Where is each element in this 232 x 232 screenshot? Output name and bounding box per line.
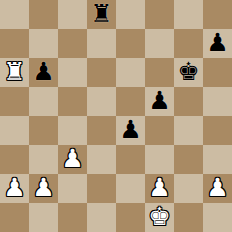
square-a5[interactable] — [0, 87, 29, 116]
chess-board: ♜♟♜♟♚♟♟♟♟♟♟♟♚ — [0, 0, 232, 232]
square-c6[interactable] — [58, 58, 87, 87]
square-e7[interactable] — [116, 29, 145, 58]
square-e1[interactable] — [116, 203, 145, 232]
piece-black-pawn: ♟ — [32, 58, 54, 86]
square-f6[interactable] — [145, 58, 174, 87]
square-d3[interactable] — [87, 145, 116, 174]
square-b6[interactable]: ♟ — [29, 58, 58, 87]
square-f7[interactable] — [145, 29, 174, 58]
square-g6[interactable]: ♚ — [174, 58, 203, 87]
square-g5[interactable] — [174, 87, 203, 116]
square-c4[interactable] — [58, 116, 87, 145]
square-h7[interactable]: ♟ — [203, 29, 232, 58]
square-e2[interactable] — [116, 174, 145, 203]
square-f8[interactable] — [145, 0, 174, 29]
square-c2[interactable] — [58, 174, 87, 203]
piece-black-pawn: ♟ — [206, 29, 228, 57]
square-h4[interactable] — [203, 116, 232, 145]
square-b7[interactable] — [29, 29, 58, 58]
piece-white-pawn: ♟ — [61, 145, 83, 173]
piece-black-pawn: ♟ — [148, 87, 170, 115]
piece-black-pawn: ♟ — [119, 116, 141, 144]
square-a7[interactable] — [0, 29, 29, 58]
square-e4[interactable]: ♟ — [116, 116, 145, 145]
piece-white-pawn: ♟ — [206, 174, 228, 202]
square-g7[interactable] — [174, 29, 203, 58]
piece-white-pawn: ♟ — [148, 174, 170, 202]
piece-white-rook: ♜ — [3, 58, 25, 86]
square-b3[interactable] — [29, 145, 58, 174]
square-e8[interactable] — [116, 0, 145, 29]
square-d6[interactable] — [87, 58, 116, 87]
square-g1[interactable] — [174, 203, 203, 232]
square-d7[interactable] — [87, 29, 116, 58]
square-c5[interactable] — [58, 87, 87, 116]
square-a8[interactable] — [0, 0, 29, 29]
square-b1[interactable] — [29, 203, 58, 232]
square-b4[interactable] — [29, 116, 58, 145]
square-d8[interactable]: ♜ — [87, 0, 116, 29]
square-h8[interactable] — [203, 0, 232, 29]
square-b2[interactable]: ♟ — [29, 174, 58, 203]
square-a6[interactable]: ♜ — [0, 58, 29, 87]
square-f5[interactable]: ♟ — [145, 87, 174, 116]
square-a2[interactable]: ♟ — [0, 174, 29, 203]
square-b5[interactable] — [29, 87, 58, 116]
square-e3[interactable] — [116, 145, 145, 174]
square-c8[interactable] — [58, 0, 87, 29]
square-e6[interactable] — [116, 58, 145, 87]
square-f4[interactable] — [145, 116, 174, 145]
square-a1[interactable] — [0, 203, 29, 232]
square-h5[interactable] — [203, 87, 232, 116]
square-e5[interactable] — [116, 87, 145, 116]
chess-board-container: ♜♟♜♟♚♟♟♟♟♟♟♟♚ — [0, 0, 232, 232]
square-a3[interactable] — [0, 145, 29, 174]
square-d5[interactable] — [87, 87, 116, 116]
square-d2[interactable] — [87, 174, 116, 203]
square-f2[interactable]: ♟ — [145, 174, 174, 203]
piece-white-king: ♚ — [148, 203, 170, 231]
piece-black-rook: ♜ — [90, 0, 112, 28]
square-d4[interactable] — [87, 116, 116, 145]
square-d1[interactable] — [87, 203, 116, 232]
square-f1[interactable]: ♚ — [145, 203, 174, 232]
square-h1[interactable] — [203, 203, 232, 232]
square-g3[interactable] — [174, 145, 203, 174]
square-g4[interactable] — [174, 116, 203, 145]
piece-white-pawn: ♟ — [3, 174, 25, 202]
square-c1[interactable] — [58, 203, 87, 232]
square-g8[interactable] — [174, 0, 203, 29]
square-g2[interactable] — [174, 174, 203, 203]
square-h3[interactable] — [203, 145, 232, 174]
piece-black-king: ♚ — [177, 58, 199, 86]
square-c3[interactable]: ♟ — [58, 145, 87, 174]
square-h6[interactable] — [203, 58, 232, 87]
square-b8[interactable] — [29, 0, 58, 29]
square-h2[interactable]: ♟ — [203, 174, 232, 203]
square-a4[interactable] — [0, 116, 29, 145]
piece-white-pawn: ♟ — [32, 174, 54, 202]
square-c7[interactable] — [58, 29, 87, 58]
square-f3[interactable] — [145, 145, 174, 174]
